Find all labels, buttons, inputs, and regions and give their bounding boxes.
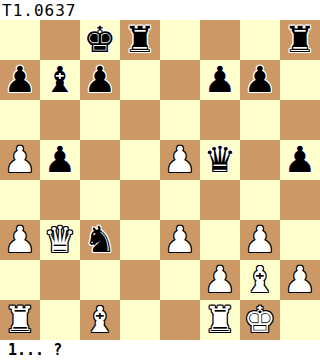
piece-white-pawn-icon: ♟ [4,140,36,180]
move-prompt: 1... ? [0,341,62,359]
square-e6[interactable] [160,100,200,140]
piece-white-pawn-icon: ♟ [244,220,276,260]
square-b6[interactable] [40,100,80,140]
piece-black-pawn-icon: ♟ [244,60,276,100]
piece-white-rook-icon: ♜ [204,300,236,340]
square-h1[interactable] [280,300,320,340]
chess-board: ♚♜♜♟♝♟♟♟♟♟♟♛♟♟♛♞♟♟♟♝♟♜♝♜♚ [0,20,320,340]
square-g5[interactable] [240,140,280,180]
piece-white-rook-icon: ♜ [4,300,36,340]
square-a8[interactable] [0,20,40,60]
square-c8[interactable]: ♚ [80,20,120,60]
square-h8[interactable]: ♜ [280,20,320,60]
piece-black-knight-icon: ♞ [84,220,116,260]
piece-white-pawn-icon: ♟ [164,220,196,260]
piece-black-pawn-icon: ♟ [4,60,36,100]
square-c5[interactable] [80,140,120,180]
square-a7[interactable]: ♟ [0,60,40,100]
square-c4[interactable] [80,180,120,220]
square-g4[interactable] [240,180,280,220]
piece-black-pawn-icon: ♟ [44,140,76,180]
square-a2[interactable] [0,260,40,300]
square-a3[interactable]: ♟ [0,220,40,260]
square-a4[interactable] [0,180,40,220]
piece-black-pawn-icon: ♟ [204,60,236,100]
square-f3[interactable] [200,220,240,260]
square-f4[interactable] [200,180,240,220]
square-b7[interactable]: ♝ [40,60,80,100]
piece-black-queen-icon: ♛ [204,140,236,180]
square-e5[interactable]: ♟ [160,140,200,180]
square-h5[interactable]: ♟ [280,140,320,180]
square-a5[interactable]: ♟ [0,140,40,180]
square-f6[interactable] [200,100,240,140]
square-a1[interactable]: ♜ [0,300,40,340]
piece-black-rook-icon: ♜ [124,20,156,60]
square-c1[interactable]: ♝ [80,300,120,340]
square-e3[interactable]: ♟ [160,220,200,260]
square-b1[interactable] [40,300,80,340]
puzzle-id: T1.0637 [0,1,76,20]
square-h4[interactable] [280,180,320,220]
square-g2[interactable]: ♝ [240,260,280,300]
square-d1[interactable] [120,300,160,340]
square-g3[interactable]: ♟ [240,220,280,260]
square-f7[interactable]: ♟ [200,60,240,100]
square-f8[interactable] [200,20,240,60]
square-f1[interactable]: ♜ [200,300,240,340]
piece-white-pawn-icon: ♟ [284,260,316,300]
square-c7[interactable]: ♟ [80,60,120,100]
piece-black-pawn-icon: ♟ [84,60,116,100]
square-e2[interactable] [160,260,200,300]
square-b3[interactable]: ♛ [40,220,80,260]
square-b4[interactable] [40,180,80,220]
square-e1[interactable] [160,300,200,340]
square-h6[interactable] [280,100,320,140]
piece-white-bishop-icon: ♝ [84,300,116,340]
square-g1[interactable]: ♚ [240,300,280,340]
title-bar: T1.0637 [0,0,320,20]
piece-white-bishop-icon: ♝ [244,260,276,300]
square-e7[interactable] [160,60,200,100]
piece-black-pawn-icon: ♟ [284,140,316,180]
square-e8[interactable] [160,20,200,60]
piece-white-queen-icon: ♛ [44,220,76,260]
status-bar: 1... ? [0,340,320,360]
square-b5[interactable]: ♟ [40,140,80,180]
square-d7[interactable] [120,60,160,100]
square-f2[interactable]: ♟ [200,260,240,300]
square-d2[interactable] [120,260,160,300]
piece-black-rook-icon: ♜ [284,20,316,60]
square-b2[interactable] [40,260,80,300]
square-h2[interactable]: ♟ [280,260,320,300]
square-a6[interactable] [0,100,40,140]
piece-white-king-icon: ♚ [244,300,276,340]
piece-white-pawn-icon: ♟ [4,220,36,260]
piece-white-pawn-icon: ♟ [164,140,196,180]
square-b8[interactable] [40,20,80,60]
square-c2[interactable] [80,260,120,300]
piece-black-king-icon: ♚ [84,20,116,60]
piece-white-pawn-icon: ♟ [204,260,236,300]
piece-black-bishop-icon: ♝ [44,60,76,100]
square-d8[interactable]: ♜ [120,20,160,60]
square-h3[interactable] [280,220,320,260]
square-c6[interactable] [80,100,120,140]
square-d3[interactable] [120,220,160,260]
square-d4[interactable] [120,180,160,220]
square-e4[interactable] [160,180,200,220]
square-c3[interactable]: ♞ [80,220,120,260]
square-f5[interactable]: ♛ [200,140,240,180]
square-g8[interactable] [240,20,280,60]
square-h7[interactable] [280,60,320,100]
square-g7[interactable]: ♟ [240,60,280,100]
square-d5[interactable] [120,140,160,180]
square-d6[interactable] [120,100,160,140]
square-g6[interactable] [240,100,280,140]
